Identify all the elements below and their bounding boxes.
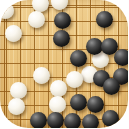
white-stone — [28, 11, 45, 28]
black-stone — [103, 78, 120, 95]
white-stone — [49, 96, 66, 113]
black-stone — [114, 49, 129, 66]
white-stone — [8, 98, 25, 115]
black-stone — [102, 110, 119, 127]
black-stone — [70, 50, 87, 67]
black-stone — [96, 11, 113, 28]
black-stone — [87, 96, 104, 113]
black-stone — [54, 12, 71, 29]
black-stone — [82, 114, 99, 129]
white-stone — [10, 82, 27, 99]
black-stone — [53, 30, 70, 47]
white-stone — [33, 67, 50, 84]
white-stone — [50, 80, 67, 97]
go-board[interactable] — [0, 0, 128, 128]
go-app-icon — [0, 0, 128, 128]
white-stone — [0, 2, 14, 19]
white-stone — [66, 71, 83, 88]
white-stone — [51, 0, 68, 10]
black-stone — [86, 38, 103, 55]
white-stone — [32, 0, 49, 12]
black-stone — [64, 113, 81, 129]
black-stone — [47, 112, 64, 129]
white-stone — [5, 25, 22, 42]
black-stone — [30, 112, 47, 129]
black-stone — [70, 94, 87, 111]
